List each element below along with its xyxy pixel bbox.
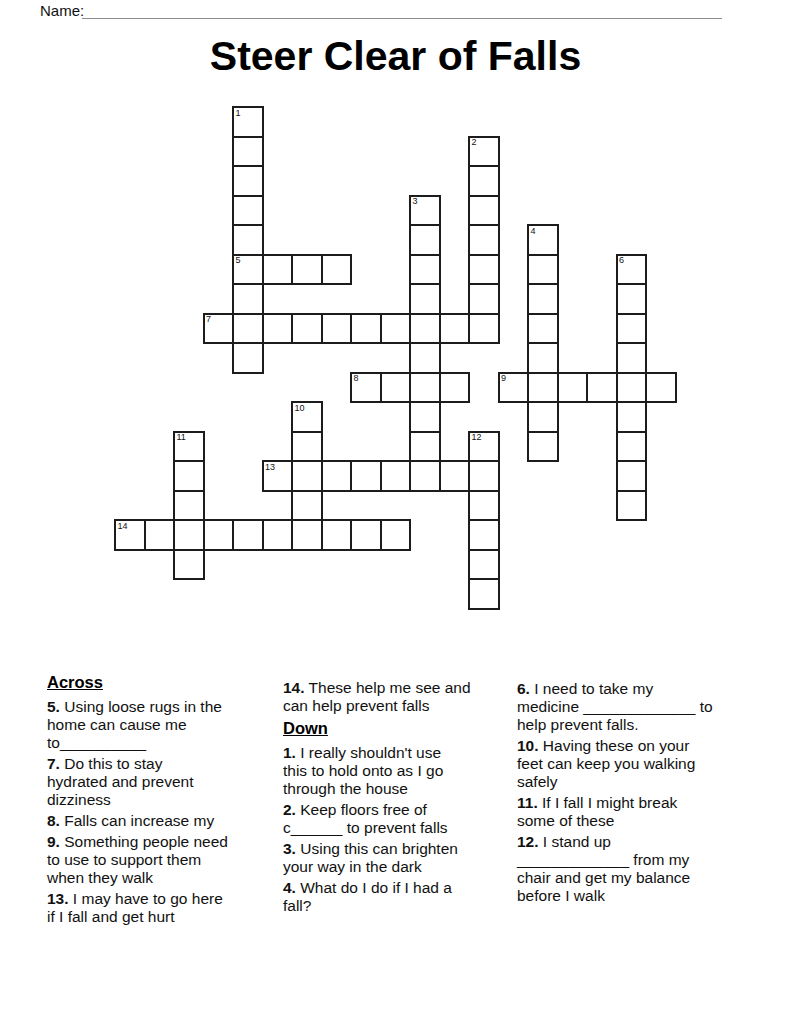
clue-2: 2. Keep floors free of c______ to preven… <box>283 801 515 837</box>
crossword-grid: 1234567891011121314 <box>114 106 678 610</box>
grid-cell-r8c17[interactable] <box>616 342 648 374</box>
grid-cell-r7c12[interactable] <box>468 313 500 345</box>
clue-7: 7. Do this to stay hydrated and prevent … <box>47 755 279 809</box>
grid-cell-r12c11[interactable] <box>439 460 471 492</box>
grid-cell-r3c4[interactable] <box>232 195 264 227</box>
grid-cell-r5c14[interactable] <box>527 254 559 286</box>
grid-cell-r9c9[interactable] <box>380 372 412 404</box>
grid-cell-r14c7[interactable] <box>321 519 353 551</box>
clue-number-2: 2 <box>472 138 477 147</box>
grid-cell-r9c15[interactable] <box>557 372 589 404</box>
grid-cell-r1c4[interactable] <box>232 136 264 168</box>
grid-cell-r10c17[interactable] <box>616 401 648 433</box>
name-label: Name: <box>40 2 84 19</box>
clue-13-number: 13. <box>47 890 69 907</box>
grid-cell-r7c4[interactable] <box>232 313 264 345</box>
clue-9-number: 9. <box>47 833 60 850</box>
grid-cell-r6c14[interactable] <box>527 283 559 315</box>
grid-cell-r14c12[interactable] <box>468 519 500 551</box>
clue-number-4: 4 <box>531 227 536 236</box>
grid-cell-r8c4[interactable] <box>232 342 264 374</box>
clue-column-2: 14. These help me see and can help preve… <box>283 679 515 918</box>
clue-11-number: 11. <box>517 794 538 811</box>
grid-cell-r5c7[interactable] <box>321 254 353 286</box>
grid-cell-r7c14[interactable] <box>527 313 559 345</box>
clue-number-11: 11 <box>177 433 186 442</box>
clue-6: 6. I need to take my medicine __________… <box>517 680 749 734</box>
clue-number-8: 8 <box>354 374 359 383</box>
clue-14: 14. These help me see and can help preve… <box>283 679 515 715</box>
grid-cell-r14c1[interactable] <box>144 519 176 551</box>
grid-cell-r12c12[interactable] <box>468 460 500 492</box>
grid-cell-r14c6[interactable] <box>291 519 323 551</box>
grid-cell-r6c10[interactable] <box>409 283 441 315</box>
grid-cell-r12c9[interactable] <box>380 460 412 492</box>
grid-cell-r9c17[interactable] <box>616 372 648 404</box>
clue-4: 4. What do I do if I had a fall? <box>283 879 515 915</box>
grid-cell-r10c14[interactable] <box>527 401 559 433</box>
grid-cell-r11c14[interactable] <box>527 431 559 463</box>
grid-cell-r7c11[interactable] <box>439 313 471 345</box>
grid-cell-r12c8[interactable] <box>350 460 382 492</box>
grid-cell-r7c5[interactable] <box>262 313 294 345</box>
grid-cell-r8c10[interactable] <box>409 342 441 374</box>
grid-cell-r9c16[interactable] <box>586 372 618 404</box>
grid-cell-r7c7[interactable] <box>321 313 353 345</box>
grid-cell-r13c2[interactable] <box>173 490 205 522</box>
clue-column-3: 6. I need to take my medicine __________… <box>517 680 749 908</box>
grid-cell-r7c6[interactable] <box>291 313 323 345</box>
clue-6-number: 6. <box>517 680 530 697</box>
grid-cell-r16c12[interactable] <box>468 578 500 610</box>
grid-cell-r4c10[interactable] <box>409 224 441 256</box>
grid-cell-r7c10[interactable] <box>409 313 441 345</box>
grid-cell-r11c17[interactable] <box>616 431 648 463</box>
grid-cell-r9c18[interactable] <box>645 372 677 404</box>
grid-cell-r15c12[interactable] <box>468 549 500 581</box>
grid-cell-r13c12[interactable] <box>468 490 500 522</box>
page-title: Steer Clear of Falls <box>0 33 791 80</box>
clue-1-number: 1. <box>283 744 296 761</box>
clue-5-number: 5. <box>47 698 60 715</box>
clue-number-7: 7 <box>206 315 211 324</box>
clue-number-13: 13 <box>265 463 275 472</box>
grid-cell-r2c12[interactable] <box>468 165 500 197</box>
grid-cell-r9c14[interactable] <box>527 372 559 404</box>
grid-cell-r9c10[interactable] <box>409 372 441 404</box>
grid-cell-r6c4[interactable] <box>232 283 264 315</box>
grid-cell-r5c10[interactable] <box>409 254 441 286</box>
clue-number-14: 14 <box>118 522 128 531</box>
grid-cell-r5c5[interactable] <box>262 254 294 286</box>
down-clues-header: Down <box>283 718 515 739</box>
clue-12: 12. I stand up _____________ from my cha… <box>517 833 749 905</box>
grid-cell-r10c10[interactable] <box>409 401 441 433</box>
clue-2-number: 2. <box>283 801 296 818</box>
grid-cell-r5c6[interactable] <box>291 254 323 286</box>
clue-column-1: Across5. Using loose rugs in the home ca… <box>47 672 279 929</box>
grid-cell-r14c9[interactable] <box>380 519 412 551</box>
clue-number-12: 12 <box>472 433 482 442</box>
clue-3: 3. Using this can brighten your way in t… <box>283 840 515 876</box>
clue-14-number: 14. <box>283 679 305 696</box>
grid-cell-r11c6[interactable] <box>291 431 323 463</box>
clue-5: 5. Using loose rugs in the home can caus… <box>47 698 279 752</box>
clue-number-6: 6 <box>619 256 624 265</box>
clue-number-3: 3 <box>413 197 418 206</box>
clue-8: 8. Falls can increase my <box>47 812 279 830</box>
clue-1: 1. I really shouldn't use this to hold o… <box>283 744 515 798</box>
clue-12-number: 12. <box>517 833 539 850</box>
worksheet-page: Name: Steer Clear of Falls 1234567891011… <box>0 0 791 1024</box>
grid-cell-r3c12[interactable] <box>468 195 500 227</box>
clue-4-number: 4. <box>283 879 296 896</box>
grid-cell-r14c4[interactable] <box>232 519 264 551</box>
grid-cell-r6c17[interactable] <box>616 283 648 315</box>
grid-cell-r5c12[interactable] <box>468 254 500 286</box>
clue-8-number: 8. <box>47 812 60 829</box>
grid-cell-r7c17[interactable] <box>616 313 648 345</box>
clue-number-10: 10 <box>295 404 305 413</box>
grid-cell-r7c9[interactable] <box>380 313 412 345</box>
grid-cell-r14c5[interactable] <box>262 519 294 551</box>
clue-9: 9. Something people need to use to suppo… <box>47 833 279 887</box>
grid-cell-r14c2[interactable] <box>173 519 205 551</box>
grid-cell-r11c10[interactable] <box>409 431 441 463</box>
clue-7-number: 7. <box>47 755 60 772</box>
clue-10-number: 10. <box>517 737 539 754</box>
grid-cell-r12c6[interactable] <box>291 460 323 492</box>
grid-cell-r13c6[interactable] <box>291 490 323 522</box>
grid-cell-r4c12[interactable] <box>468 224 500 256</box>
grid-cell-r4c4[interactable] <box>232 224 264 256</box>
grid-cell-r9c11[interactable] <box>439 372 471 404</box>
grid-cell-r12c10[interactable] <box>409 460 441 492</box>
clue-3-number: 3. <box>283 840 296 857</box>
clue-number-1: 1 <box>236 109 241 118</box>
grid-cell-r15c2[interactable] <box>173 549 205 581</box>
grid-cell-r7c8[interactable] <box>350 313 382 345</box>
grid-cell-r8c14[interactable] <box>527 342 559 374</box>
grid-cell-r6c12[interactable] <box>468 283 500 315</box>
grid-cell-r12c2[interactable] <box>173 460 205 492</box>
grid-cell-r12c17[interactable] <box>616 460 648 492</box>
grid-cell-r14c8[interactable] <box>350 519 382 551</box>
grid-cell-r12c7[interactable] <box>321 460 353 492</box>
clue-13: 13. I may have to go here if I fall and … <box>47 890 279 926</box>
across-clues-header: Across <box>47 672 279 693</box>
grid-cell-r13c17[interactable] <box>616 490 648 522</box>
name-blank-line[interactable] <box>82 18 722 19</box>
grid-cell-r14c3[interactable] <box>203 519 235 551</box>
clue-10: 10. Having these on your feet can keep y… <box>517 737 749 791</box>
grid-cell-r2c4[interactable] <box>232 165 264 197</box>
clue-11: 11. If I fall I might break some of thes… <box>517 794 749 830</box>
clue-number-9: 9 <box>501 374 506 383</box>
clue-number-5: 5 <box>236 256 241 265</box>
